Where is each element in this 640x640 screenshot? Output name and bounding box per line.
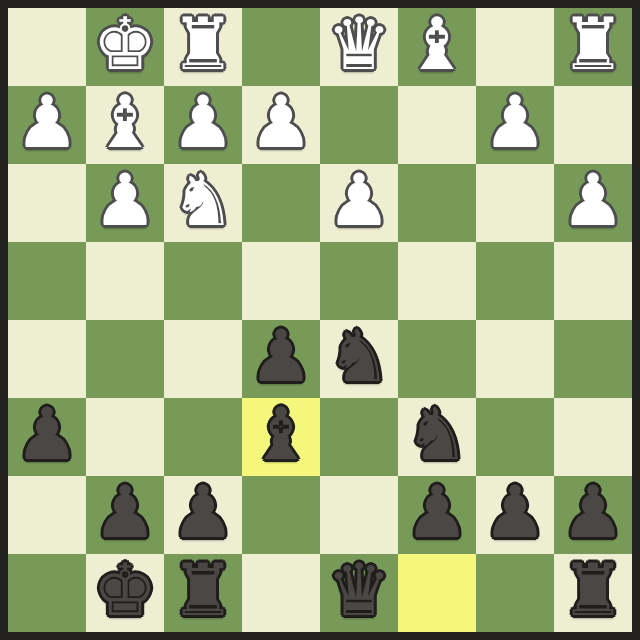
black-pawn[interactable]: ♟ xyxy=(483,473,548,551)
white-pawn[interactable]: ♟ xyxy=(171,83,236,161)
square-c4[interactable] xyxy=(398,242,476,320)
black-bishop[interactable]: ♝ xyxy=(249,395,314,473)
square-e7[interactable] xyxy=(242,476,320,554)
square-b6[interactable] xyxy=(476,398,554,476)
white-bishop[interactable]: ♝ xyxy=(405,5,470,83)
square-c2[interactable] xyxy=(398,86,476,164)
square-a5[interactable] xyxy=(554,320,632,398)
square-f1[interactable]: ♜ xyxy=(164,8,242,86)
square-b8[interactable] xyxy=(476,554,554,632)
square-a6[interactable] xyxy=(554,398,632,476)
white-pawn[interactable]: ♟ xyxy=(249,83,314,161)
square-g3[interactable]: ♟ xyxy=(86,164,164,242)
black-rook[interactable]: ♜ xyxy=(171,551,236,629)
square-g1[interactable]: ♚ xyxy=(86,8,164,86)
square-f4[interactable] xyxy=(164,242,242,320)
square-f7[interactable]: ♟ xyxy=(164,476,242,554)
square-c7[interactable]: ♟ xyxy=(398,476,476,554)
white-pawn[interactable]: ♟ xyxy=(483,83,548,161)
white-bishop[interactable]: ♝ xyxy=(93,83,158,161)
square-a3[interactable]: ♟ xyxy=(554,164,632,242)
square-d4[interactable] xyxy=(320,242,398,320)
square-g4[interactable] xyxy=(86,242,164,320)
square-a7[interactable]: ♟ xyxy=(554,476,632,554)
square-a8[interactable]: ♜ xyxy=(554,554,632,632)
square-g2[interactable]: ♝ xyxy=(86,86,164,164)
square-d6[interactable] xyxy=(320,398,398,476)
square-g5[interactable] xyxy=(86,320,164,398)
square-d5[interactable]: ♞ xyxy=(320,320,398,398)
white-rook[interactable]: ♜ xyxy=(561,5,626,83)
chess-board: ♚♜♛♝♜♟♝♟♟♟♟♞♟♟♟♞♟♝♞♟♟♟♟♟♚♜♛♜ xyxy=(8,8,632,632)
square-e3[interactable] xyxy=(242,164,320,242)
board-frame: ♚♜♛♝♜♟♝♟♟♟♟♞♟♟♟♞♟♝♞♟♟♟♟♟♚♜♛♜ xyxy=(0,0,640,640)
square-b2[interactable]: ♟ xyxy=(476,86,554,164)
black-pawn[interactable]: ♟ xyxy=(15,395,80,473)
square-b1[interactable] xyxy=(476,8,554,86)
square-h1[interactable] xyxy=(8,8,86,86)
white-queen[interactable]: ♛ xyxy=(327,5,392,83)
square-h2[interactable]: ♟ xyxy=(8,86,86,164)
black-rook[interactable]: ♜ xyxy=(561,551,626,629)
black-queen[interactable]: ♛ xyxy=(327,551,392,629)
square-d7[interactable] xyxy=(320,476,398,554)
square-e4[interactable] xyxy=(242,242,320,320)
square-g7[interactable]: ♟ xyxy=(86,476,164,554)
square-d2[interactable] xyxy=(320,86,398,164)
square-e2[interactable]: ♟ xyxy=(242,86,320,164)
square-f2[interactable]: ♟ xyxy=(164,86,242,164)
square-d3[interactable]: ♟ xyxy=(320,164,398,242)
square-f6[interactable] xyxy=(164,398,242,476)
white-pawn[interactable]: ♟ xyxy=(93,161,158,239)
white-knight[interactable]: ♞ xyxy=(171,161,236,239)
square-h4[interactable] xyxy=(8,242,86,320)
square-h7[interactable] xyxy=(8,476,86,554)
black-pawn[interactable]: ♟ xyxy=(171,473,236,551)
square-c5[interactable] xyxy=(398,320,476,398)
square-e8[interactable] xyxy=(242,554,320,632)
white-king[interactable]: ♚ xyxy=(93,5,158,83)
square-d1[interactable]: ♛ xyxy=(320,8,398,86)
square-b4[interactable] xyxy=(476,242,554,320)
square-e1[interactable] xyxy=(242,8,320,86)
black-pawn[interactable]: ♟ xyxy=(93,473,158,551)
square-c8[interactable] xyxy=(398,554,476,632)
black-pawn[interactable]: ♟ xyxy=(405,473,470,551)
black-knight[interactable]: ♞ xyxy=(405,395,470,473)
white-pawn[interactable]: ♟ xyxy=(327,161,392,239)
square-f3[interactable]: ♞ xyxy=(164,164,242,242)
black-pawn[interactable]: ♟ xyxy=(561,473,626,551)
square-c3[interactable] xyxy=(398,164,476,242)
square-a2[interactable] xyxy=(554,86,632,164)
square-c6[interactable]: ♞ xyxy=(398,398,476,476)
square-d8[interactable]: ♛ xyxy=(320,554,398,632)
square-b3[interactable] xyxy=(476,164,554,242)
black-knight[interactable]: ♞ xyxy=(327,317,392,395)
white-pawn[interactable]: ♟ xyxy=(561,161,626,239)
square-h6[interactable]: ♟ xyxy=(8,398,86,476)
square-h5[interactable] xyxy=(8,320,86,398)
square-f8[interactable]: ♜ xyxy=(164,554,242,632)
black-pawn[interactable]: ♟ xyxy=(249,317,314,395)
square-e6[interactable]: ♝ xyxy=(242,398,320,476)
black-king[interactable]: ♚ xyxy=(93,551,158,629)
white-pawn[interactable]: ♟ xyxy=(15,83,80,161)
square-g8[interactable]: ♚ xyxy=(86,554,164,632)
square-a1[interactable]: ♜ xyxy=(554,8,632,86)
white-rook[interactable]: ♜ xyxy=(171,5,236,83)
square-g6[interactable] xyxy=(86,398,164,476)
square-e5[interactable]: ♟ xyxy=(242,320,320,398)
square-a4[interactable] xyxy=(554,242,632,320)
square-b5[interactable] xyxy=(476,320,554,398)
square-h8[interactable] xyxy=(8,554,86,632)
square-h3[interactable] xyxy=(8,164,86,242)
square-c1[interactable]: ♝ xyxy=(398,8,476,86)
square-f5[interactable] xyxy=(164,320,242,398)
square-b7[interactable]: ♟ xyxy=(476,476,554,554)
